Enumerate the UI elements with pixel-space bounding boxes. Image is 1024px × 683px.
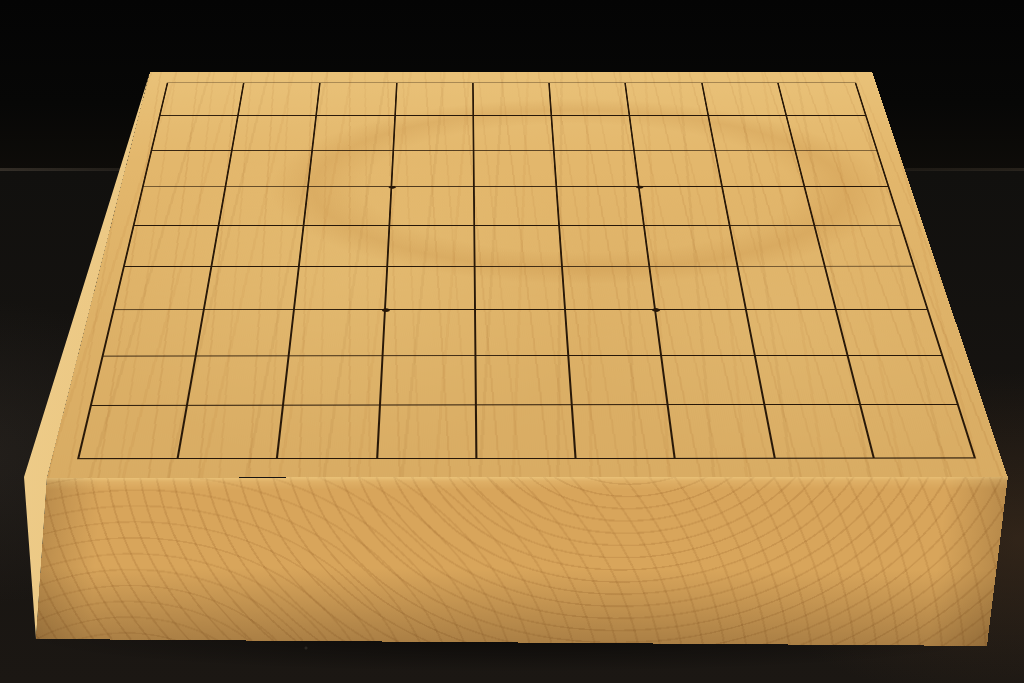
square-7h[interactable] (284, 356, 383, 405)
square-6c[interactable] (392, 151, 475, 188)
square-2c[interactable] (716, 151, 806, 188)
square-2h[interactable] (755, 356, 861, 405)
square-3a[interactable] (626, 83, 709, 116)
square-5g[interactable] (476, 310, 570, 356)
square-9h[interactable] (92, 356, 197, 405)
square-2i[interactable] (765, 405, 874, 458)
square-8e[interactable] (212, 226, 304, 267)
square-4b[interactable] (552, 116, 635, 151)
square-6d[interactable] (390, 187, 475, 226)
square-3d[interactable] (640, 187, 730, 226)
square-5b[interactable] (474, 116, 555, 151)
square-8g[interactable] (197, 310, 295, 356)
square-7d[interactable] (305, 187, 392, 226)
square-8i[interactable] (179, 406, 284, 459)
square-1i[interactable] (861, 405, 974, 457)
square-3i[interactable] (669, 405, 775, 458)
square-6e[interactable] (388, 226, 476, 267)
square-9d[interactable] (134, 187, 226, 226)
square-3f[interactable] (651, 267, 747, 310)
square-7f[interactable] (295, 267, 388, 310)
square-7i[interactable] (278, 406, 380, 459)
square-3h[interactable] (662, 356, 765, 405)
square-5i[interactable] (477, 405, 577, 458)
square-4a[interactable] (550, 83, 631, 116)
square-6g[interactable] (383, 310, 476, 356)
square-4f[interactable] (563, 267, 656, 310)
square-3b[interactable] (631, 116, 716, 151)
square-7e[interactable] (300, 226, 390, 267)
square-6b[interactable] (394, 116, 474, 151)
square-1b[interactable] (787, 116, 876, 151)
square-3e[interactable] (645, 226, 738, 267)
square-5c[interactable] (474, 151, 557, 188)
square-7b[interactable] (313, 116, 395, 151)
square-4g[interactable] (566, 310, 662, 356)
square-8h[interactable] (188, 356, 290, 405)
square-5a[interactable] (474, 83, 553, 116)
square-1c[interactable] (796, 151, 888, 188)
board-front-face (36, 476, 1008, 646)
square-1a[interactable] (779, 83, 866, 116)
square-2f[interactable] (738, 267, 837, 310)
square-9a[interactable] (160, 83, 244, 116)
square-2d[interactable] (723, 187, 815, 226)
star-point (636, 186, 643, 189)
board-top-face (47, 72, 1007, 478)
scene (0, 0, 1024, 683)
square-7c[interactable] (309, 151, 394, 188)
board-grid (79, 83, 973, 458)
square-6i[interactable] (378, 405, 477, 458)
square-4h[interactable] (569, 356, 669, 405)
square-3g[interactable] (656, 310, 755, 356)
square-8c[interactable] (226, 151, 313, 188)
square-5e[interactable] (475, 226, 563, 267)
star-point (652, 308, 660, 312)
square-5f[interactable] (475, 267, 566, 310)
square-1f[interactable] (826, 266, 927, 309)
square-2g[interactable] (747, 310, 849, 356)
square-6f[interactable] (386, 267, 476, 310)
square-1e[interactable] (815, 226, 913, 267)
board-grid-frame (77, 83, 976, 460)
square-4e[interactable] (560, 226, 650, 267)
square-8f[interactable] (205, 267, 300, 310)
square-8d[interactable] (220, 187, 310, 226)
square-6a[interactable] (396, 83, 474, 116)
square-1g[interactable] (837, 310, 942, 356)
square-9e[interactable] (125, 226, 220, 267)
square-8b[interactable] (233, 116, 317, 151)
square-9c[interactable] (144, 151, 233, 188)
square-1h[interactable] (848, 356, 957, 405)
square-1d[interactable] (805, 187, 900, 226)
square-2a[interactable] (702, 83, 787, 116)
square-7g[interactable] (290, 310, 386, 356)
square-7a[interactable] (317, 83, 397, 116)
square-5h[interactable] (476, 356, 573, 405)
square-5d[interactable] (475, 187, 560, 226)
square-8a[interactable] (239, 83, 321, 116)
square-9f[interactable] (114, 267, 212, 311)
square-9b[interactable] (152, 116, 239, 151)
square-4i[interactable] (573, 405, 676, 458)
square-3c[interactable] (635, 151, 722, 188)
square-2b[interactable] (709, 116, 796, 151)
square-4c[interactable] (555, 151, 640, 188)
square-4d[interactable] (557, 187, 645, 226)
square-9i[interactable] (79, 406, 188, 459)
square-2e[interactable] (730, 226, 825, 267)
square-6h[interactable] (381, 356, 477, 405)
square-9g[interactable] (103, 310, 204, 356)
